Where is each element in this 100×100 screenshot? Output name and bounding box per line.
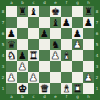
- rank-label-left-6: 6: [0, 28, 6, 39]
- square-a7[interactable]: [6, 17, 17, 28]
- chess-board: ♜♝♚♜♝♟♟♟♟♟♛♞♟♞♟♜♟♝♟♟♟♟♚♛♝♜: [6, 6, 94, 94]
- white-pawn-icon: ♟: [51, 50, 60, 61]
- file-label-top-f: f: [61, 0, 72, 6]
- square-f3[interactable]: [61, 61, 72, 72]
- file-label-top-h: h: [83, 0, 94, 6]
- file-label-top-e: e: [50, 0, 61, 6]
- square-e3[interactable]: [50, 61, 61, 72]
- file-label-top-b: b: [17, 0, 28, 6]
- square-a6[interactable]: ♟: [6, 28, 17, 39]
- black-king-icon: ♚: [51, 6, 60, 17]
- square-d4[interactable]: [39, 50, 50, 61]
- rank-label-right-8: 8: [94, 6, 100, 17]
- file-label-bottom-g: g: [72, 94, 83, 100]
- black-queen-icon: ♛: [7, 39, 16, 50]
- rank-label-left-8: 8: [0, 6, 6, 17]
- rank-label-left-5: 5: [0, 39, 6, 50]
- square-e7[interactable]: ♝: [50, 17, 61, 28]
- black-bishop-icon: ♝: [29, 6, 38, 17]
- rank-label-right-4: 4: [94, 50, 100, 61]
- square-h6[interactable]: [83, 28, 94, 39]
- white-bishop-icon: ♝: [62, 83, 71, 94]
- rank-label-left-7: 7: [0, 17, 6, 28]
- file-label-bottom-a: a: [6, 94, 17, 100]
- file-label-bottom-h: h: [83, 94, 94, 100]
- black-rook-icon: ♜: [18, 6, 27, 17]
- white-king-icon: ♚: [18, 83, 27, 94]
- rank-label-right-7: 7: [94, 17, 100, 28]
- square-g4[interactable]: [72, 50, 83, 61]
- square-f1[interactable]: ♝: [61, 83, 72, 94]
- square-h1[interactable]: [83, 83, 94, 94]
- square-c5[interactable]: [28, 39, 39, 50]
- square-f5[interactable]: [61, 39, 72, 50]
- white-pawn-icon: ♟: [84, 72, 93, 83]
- white-knight-icon: ♞: [7, 50, 16, 61]
- black-pawn-icon: ♟: [84, 17, 93, 28]
- square-b2[interactable]: [17, 72, 28, 83]
- white-pawn-icon: ♟: [18, 61, 27, 72]
- black-rook-icon: ♜: [84, 6, 93, 17]
- white-rook-icon: ♜: [29, 50, 38, 61]
- square-a3[interactable]: [6, 61, 17, 72]
- square-d5[interactable]: [39, 39, 50, 50]
- square-c3[interactable]: [28, 61, 39, 72]
- black-knight-icon: ♞: [51, 39, 60, 50]
- rank-label-left-3: 3: [0, 61, 6, 72]
- square-b6[interactable]: [17, 28, 28, 39]
- square-b7[interactable]: [17, 17, 28, 28]
- rank-label-right-1: 1: [94, 83, 100, 94]
- square-e2[interactable]: [50, 72, 61, 83]
- square-a5[interactable]: ♛: [6, 39, 17, 50]
- square-h2[interactable]: ♟: [83, 72, 94, 83]
- square-g8[interactable]: [72, 6, 83, 17]
- rank-label-right-3: 3: [94, 61, 100, 72]
- square-h3[interactable]: [83, 61, 94, 72]
- square-f8[interactable]: [61, 6, 72, 17]
- black-pawn-icon: ♟: [7, 28, 16, 39]
- file-label-top-a: a: [6, 0, 17, 6]
- square-d2[interactable]: [39, 72, 50, 83]
- square-b8[interactable]: ♜: [17, 6, 28, 17]
- square-c6[interactable]: [28, 28, 39, 39]
- white-pawn-icon: ♟: [29, 72, 38, 83]
- square-d1[interactable]: ♛: [39, 83, 50, 94]
- square-a1[interactable]: [6, 83, 17, 94]
- square-e5[interactable]: ♞: [50, 39, 61, 50]
- white-rook-icon: ♜: [73, 83, 82, 94]
- square-d8[interactable]: [39, 6, 50, 17]
- square-d7[interactable]: [39, 17, 50, 28]
- rank-label-left-1: 1: [0, 83, 6, 94]
- square-e4[interactable]: ♟: [50, 50, 61, 61]
- square-g1[interactable]: ♜: [72, 83, 83, 94]
- white-pawn-icon: ♟: [73, 39, 82, 50]
- file-label-top-c: c: [28, 0, 39, 6]
- square-g5[interactable]: ♟: [72, 39, 83, 50]
- rank-label-right-6: 6: [94, 28, 100, 39]
- square-c8[interactable]: ♝: [28, 6, 39, 17]
- file-label-top-d: d: [39, 0, 50, 6]
- rank-label-right-2: 2: [94, 72, 100, 83]
- square-g2[interactable]: [72, 72, 83, 83]
- square-c2[interactable]: ♟: [28, 72, 39, 83]
- white-queen-icon: ♛: [40, 83, 49, 94]
- black-pawn-icon: ♟: [62, 17, 71, 28]
- square-a8[interactable]: [6, 6, 17, 17]
- square-h8[interactable]: ♜: [83, 6, 94, 17]
- square-f4[interactable]: ♝: [61, 50, 72, 61]
- square-b1[interactable]: ♚: [17, 83, 28, 94]
- black-bishop-icon: ♝: [51, 17, 60, 28]
- rank-label-right-5: 5: [94, 39, 100, 50]
- square-a4[interactable]: ♞: [6, 50, 17, 61]
- file-label-bottom-d: d: [39, 94, 50, 100]
- file-label-bottom-c: c: [28, 94, 39, 100]
- square-e1[interactable]: [50, 83, 61, 94]
- square-h7[interactable]: ♟: [83, 17, 94, 28]
- square-b5[interactable]: [17, 39, 28, 50]
- square-e8[interactable]: ♚: [50, 6, 61, 17]
- square-h5[interactable]: [83, 39, 94, 50]
- square-b4[interactable]: ♟: [17, 50, 28, 61]
- black-pawn-icon: ♟: [18, 50, 27, 61]
- chess-board-frame: ♜♝♚♜♝♟♟♟♟♟♛♞♟♞♟♜♟♝♟♟♟♟♚♛♝♜ aabbccddeeffg…: [0, 0, 100, 100]
- file-label-bottom-e: e: [50, 94, 61, 100]
- square-g7[interactable]: [72, 17, 83, 28]
- square-c4[interactable]: ♜: [28, 50, 39, 61]
- square-d3[interactable]: [39, 61, 50, 72]
- white-bishop-icon: ♝: [62, 50, 71, 61]
- white-pawn-icon: ♟: [7, 72, 16, 83]
- square-h4[interactable]: [83, 50, 94, 61]
- square-g3[interactable]: [72, 61, 83, 72]
- square-f7[interactable]: ♟: [61, 17, 72, 28]
- file-label-bottom-f: f: [61, 94, 72, 100]
- file-label-bottom-b: b: [17, 94, 28, 100]
- black-pawn-icon: ♟: [40, 28, 49, 39]
- square-e6[interactable]: [50, 28, 61, 39]
- rank-label-left-4: 4: [0, 50, 6, 61]
- square-a2[interactable]: ♟: [6, 72, 17, 83]
- black-pawn-icon: ♟: [73, 28, 82, 39]
- square-d6[interactable]: ♟: [39, 28, 50, 39]
- square-c1[interactable]: [28, 83, 39, 94]
- square-f2[interactable]: [61, 72, 72, 83]
- square-c7[interactable]: [28, 17, 39, 28]
- square-b3[interactable]: ♟: [17, 61, 28, 72]
- rank-label-left-2: 2: [0, 72, 6, 83]
- square-f6[interactable]: [61, 28, 72, 39]
- square-g6[interactable]: ♟: [72, 28, 83, 39]
- file-label-top-g: g: [72, 0, 83, 6]
